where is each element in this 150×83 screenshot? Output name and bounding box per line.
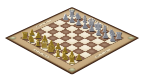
corner-medallion-icon: [9, 36, 18, 40]
photo-background: ♜♞♝♛♚♝♞♜♟♟♟♟♟♟♟♟♟♟♟♟♟♟♟♟♜♞♝♛♚♝♞♜: [0, 0, 150, 83]
chess-board: [5, 7, 139, 75]
board-frame: [8, 8, 137, 73]
corner-medallion-icon: [127, 36, 136, 40]
corner-medallion-icon: [68, 9, 76, 13]
board-scene: [0, 0, 150, 83]
board-grid: [21, 14, 123, 65]
corner-medallion-icon: [67, 67, 76, 72]
